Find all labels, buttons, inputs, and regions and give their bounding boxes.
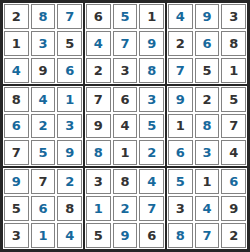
cell-r3c3[interactable]: 6 <box>57 58 82 83</box>
cell-r8c3[interactable]: 8 <box>57 196 82 221</box>
cell-r6c3[interactable]: 9 <box>57 140 82 165</box>
cell-r6c8[interactable]: 3 <box>195 140 220 165</box>
cell-r4c8[interactable]: 2 <box>195 87 220 112</box>
cell-r3c9[interactable]: 1 <box>221 58 246 83</box>
cell-r3c8[interactable]: 5 <box>195 58 220 83</box>
cell-r4c7[interactable]: 9 <box>168 87 193 112</box>
cell-r4c2[interactable]: 4 <box>31 87 56 112</box>
cell-r7c5[interactable]: 8 <box>113 169 138 194</box>
cell-r1c3[interactable]: 7 <box>57 4 82 29</box>
cell-r3c5[interactable]: 3 <box>113 58 138 83</box>
cell-r8c2[interactable]: 6 <box>31 196 56 221</box>
cell-r2c2[interactable]: 3 <box>31 31 56 56</box>
cell-r4c3[interactable]: 1 <box>57 87 82 112</box>
cell-r6c2[interactable]: 5 <box>31 140 56 165</box>
cell-r7c2[interactable]: 7 <box>31 169 56 194</box>
cell-r4c9[interactable]: 5 <box>221 87 246 112</box>
cell-r1c8[interactable]: 9 <box>195 4 220 29</box>
cell-r3c1[interactable]: 4 <box>4 58 29 83</box>
box-2: 651479238 <box>84 2 166 85</box>
cell-r1c7[interactable]: 4 <box>168 4 193 29</box>
cell-r4c6[interactable]: 3 <box>139 87 164 112</box>
cell-r5c8[interactable]: 8 <box>195 114 220 139</box>
cell-r2c9[interactable]: 8 <box>221 31 246 56</box>
cell-r9c3[interactable]: 4 <box>57 223 82 248</box>
cell-r7c1[interactable]: 9 <box>4 169 29 194</box>
cell-r8c8[interactable]: 4 <box>195 196 220 221</box>
cell-r8c9[interactable]: 9 <box>221 196 246 221</box>
cell-r5c7[interactable]: 1 <box>168 114 193 139</box>
sudoku-board: 2871354966514792384932687518416237597639… <box>0 0 250 252</box>
cell-r9c1[interactable]: 3 <box>4 223 29 248</box>
box-4: 841623759 <box>2 85 84 168</box>
cell-r1c5[interactable]: 5 <box>113 4 138 29</box>
cell-r5c6[interactable]: 5 <box>139 114 164 139</box>
box-3: 493268751 <box>166 2 248 85</box>
cell-r2c6[interactable]: 9 <box>139 31 164 56</box>
cell-r2c3[interactable]: 5 <box>57 31 82 56</box>
cell-r8c6[interactable]: 7 <box>139 196 164 221</box>
cell-r6c7[interactable]: 6 <box>168 140 193 165</box>
cell-r4c5[interactable]: 6 <box>113 87 138 112</box>
box-1: 287135496 <box>2 2 84 85</box>
cell-r5c2[interactable]: 2 <box>31 114 56 139</box>
cell-r3c2[interactable]: 9 <box>31 58 56 83</box>
cell-r6c1[interactable]: 7 <box>4 140 29 165</box>
cell-r2c4[interactable]: 4 <box>86 31 111 56</box>
cell-r3c6[interactable]: 8 <box>139 58 164 83</box>
cell-r2c8[interactable]: 6 <box>195 31 220 56</box>
cell-r7c3[interactable]: 2 <box>57 169 82 194</box>
cell-r9c9[interactable]: 2 <box>221 223 246 248</box>
box-9: 516349872 <box>166 167 248 250</box>
cell-r5c4[interactable]: 9 <box>86 114 111 139</box>
cell-r1c2[interactable]: 8 <box>31 4 56 29</box>
cell-r3c7[interactable]: 7 <box>168 58 193 83</box>
cell-r7c4[interactable]: 3 <box>86 169 111 194</box>
cell-r9c4[interactable]: 5 <box>86 223 111 248</box>
cell-r1c4[interactable]: 6 <box>86 4 111 29</box>
cell-r7c9[interactable]: 6 <box>221 169 246 194</box>
cell-r8c4[interactable]: 1 <box>86 196 111 221</box>
cell-r5c9[interactable]: 7 <box>221 114 246 139</box>
cell-r2c5[interactable]: 7 <box>113 31 138 56</box>
cell-r9c8[interactable]: 7 <box>195 223 220 248</box>
cell-r9c7[interactable]: 8 <box>168 223 193 248</box>
cell-r8c5[interactable]: 2 <box>113 196 138 221</box>
cell-r8c7[interactable]: 3 <box>168 196 193 221</box>
cell-r4c1[interactable]: 8 <box>4 87 29 112</box>
cell-r1c1[interactable]: 2 <box>4 4 29 29</box>
cell-r6c5[interactable]: 1 <box>113 140 138 165</box>
cell-r1c6[interactable]: 1 <box>139 4 164 29</box>
cell-r3c4[interactable]: 2 <box>86 58 111 83</box>
box-8: 384127596 <box>84 167 166 250</box>
cell-r4c4[interactable]: 7 <box>86 87 111 112</box>
cell-r9c6[interactable]: 6 <box>139 223 164 248</box>
cell-r2c1[interactable]: 1 <box>4 31 29 56</box>
cell-r8c1[interactable]: 5 <box>4 196 29 221</box>
cell-r7c7[interactable]: 5 <box>168 169 193 194</box>
cell-r5c5[interactable]: 4 <box>113 114 138 139</box>
cell-r2c7[interactable]: 2 <box>168 31 193 56</box>
cell-r5c3[interactable]: 3 <box>57 114 82 139</box>
cell-r6c9[interactable]: 4 <box>221 140 246 165</box>
cell-r6c4[interactable]: 8 <box>86 140 111 165</box>
cell-r9c5[interactable]: 9 <box>113 223 138 248</box>
box-6: 925187634 <box>166 85 248 168</box>
cell-r5c1[interactable]: 6 <box>4 114 29 139</box>
cell-r7c6[interactable]: 4 <box>139 169 164 194</box>
cell-r9c2[interactable]: 1 <box>31 223 56 248</box>
box-7: 972568314 <box>2 167 84 250</box>
box-5: 763945812 <box>84 85 166 168</box>
cell-r7c8[interactable]: 1 <box>195 169 220 194</box>
cell-r6c6[interactable]: 2 <box>139 140 164 165</box>
cell-r1c9[interactable]: 3 <box>221 4 246 29</box>
